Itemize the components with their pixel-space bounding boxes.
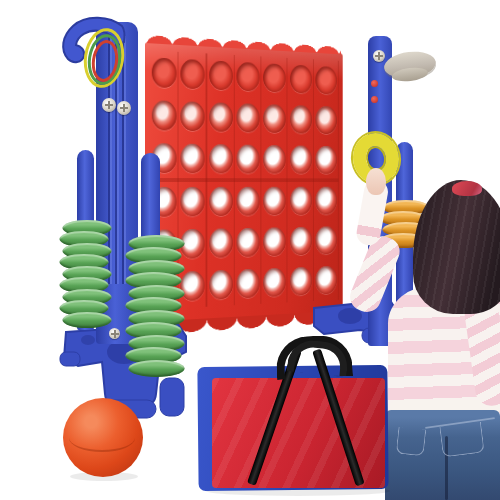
board-cell-b2 (181, 229, 205, 259)
girl-jeans (385, 410, 500, 500)
board-cell-f2 (290, 227, 312, 256)
board-cell-d6 (236, 61, 259, 91)
board-cell-d5 (236, 103, 259, 132)
board-cell-b6 (181, 59, 205, 90)
red-cap-icon (371, 80, 378, 87)
green-ring (129, 360, 185, 377)
screw-icon (373, 50, 385, 62)
board-cell-g4 (315, 146, 337, 174)
board-cell-b5 (181, 101, 205, 131)
board-cell-d4 (236, 145, 259, 174)
board-cell-g5 (315, 106, 337, 134)
ring-stack-center (127, 239, 183, 377)
jeans-pocket (396, 427, 427, 457)
board-cell-c2 (209, 228, 233, 258)
girl-hand (366, 168, 386, 195)
board-cell-b1 (181, 271, 205, 301)
board-cell-e5 (263, 104, 286, 133)
board-cell-b3 (181, 187, 205, 217)
board-cell-c3 (209, 187, 233, 216)
board-cell-b4 (181, 144, 205, 174)
board-cell-d1 (236, 269, 259, 299)
board-cell-c1 (209, 270, 233, 300)
board-cell-f6 (290, 64, 312, 93)
board-cell-e6 (263, 63, 286, 92)
screw-icon (102, 98, 116, 112)
board-cell-a5 (152, 100, 177, 130)
red-cap-icon (371, 96, 378, 103)
board-cell-g3 (315, 186, 337, 214)
board-cell-f4 (290, 146, 312, 174)
girl-hair (413, 180, 500, 314)
board-cell-c4 (209, 144, 233, 173)
ring-stack-left (61, 224, 110, 328)
jeans-pocket (439, 422, 484, 458)
screw-icon (109, 328, 120, 339)
board-cell-f1 (290, 267, 312, 296)
screw-icon (117, 101, 131, 115)
board-cell-e3 (263, 186, 286, 215)
board-cell-c6 (209, 60, 233, 90)
board-cell-g1 (315, 266, 337, 295)
hook-ring-stack (84, 28, 124, 90)
board-cell-e1 (263, 268, 286, 297)
board-cell-g6 (315, 66, 337, 95)
board-cell-d3 (236, 186, 259, 215)
ball-seam (69, 424, 135, 452)
board-cell-g2 (315, 226, 337, 254)
hair-clip (452, 181, 482, 196)
green-ring (63, 312, 112, 328)
board-cell-c5 (209, 102, 233, 132)
orange-ball (63, 398, 143, 477)
board-cell-e2 (263, 227, 286, 256)
board-cell-f5 (290, 105, 312, 134)
board-cell-f3 (290, 186, 312, 214)
board-cell-d2 (236, 228, 259, 257)
board-cell-a6 (152, 57, 177, 88)
product-photo-giant-connect4-set (0, 0, 500, 500)
board-cell-e4 (263, 145, 286, 174)
